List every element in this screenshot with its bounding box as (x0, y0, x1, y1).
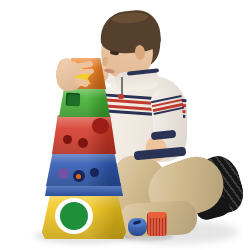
block-green (59, 88, 110, 117)
block-red (52, 115, 116, 154)
blue-block-hole (90, 168, 99, 177)
red-block-hole (63, 135, 72, 144)
block-yellow-base (42, 193, 126, 239)
boy-finger (79, 68, 94, 74)
photo-toddler-stacking-blocks (0, 0, 250, 250)
red-block-side-circle (92, 118, 109, 134)
green-block-square-hole (66, 93, 80, 106)
yellow-block-ring (55, 198, 93, 234)
blue-block-side-circle (58, 168, 69, 179)
red-block-top (148, 212, 166, 218)
blue-block-hole (73, 170, 85, 182)
floor-block-blue-cylinder (128, 218, 147, 236)
block-blue (46, 152, 121, 186)
red-block-hole (78, 138, 88, 148)
floor-block-red-ribbed (147, 212, 167, 236)
yellow-block-green-circle (60, 202, 88, 230)
zipper-pull (118, 94, 124, 99)
block-inside-peek (76, 174, 81, 179)
